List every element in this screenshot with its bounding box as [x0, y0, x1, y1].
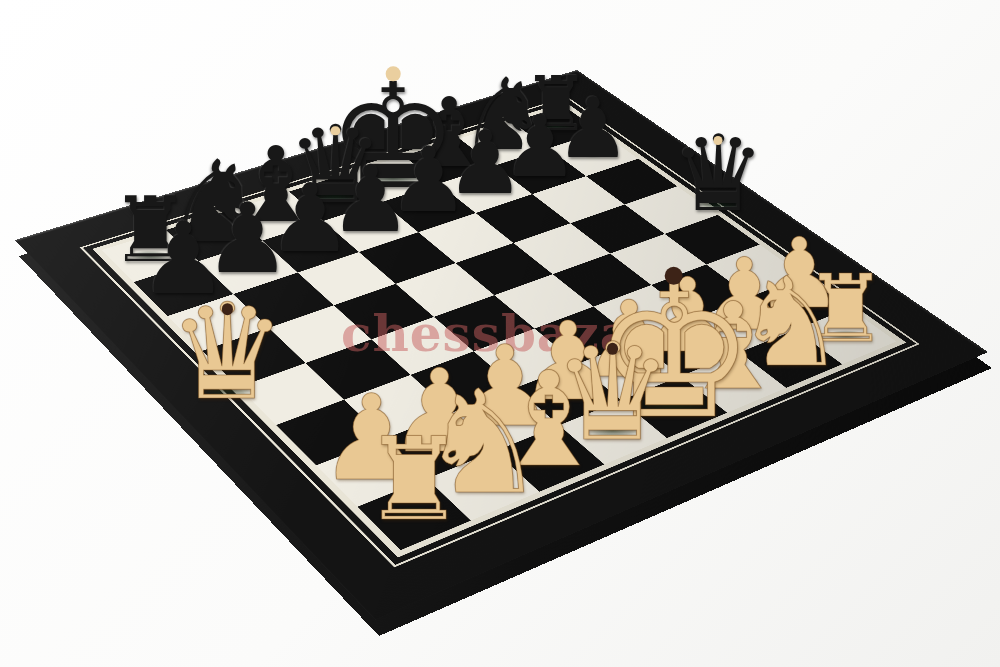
piece-white-rook-a1[interactable]: ♜	[363, 423, 466, 538]
piece-spare-white-queen[interactable]: ♛	[168, 286, 287, 419]
chess-set-product-photo: chessbazaar ♜♞♝♛♚♝♞♜♟♟♟♟♟♟♟♟♟♟♟♟♟♟♟♟♜♞♝♛…	[0, 0, 1000, 667]
piece-spare-black-queen[interactable]: ♛	[671, 122, 765, 227]
white-queen-finial	[607, 343, 618, 354]
white-king-finial	[665, 267, 683, 285]
black-queen-finial	[714, 136, 723, 145]
black-king-finial	[386, 67, 401, 82]
white-queen-finial	[222, 304, 233, 315]
black-queen-finial	[331, 126, 340, 135]
